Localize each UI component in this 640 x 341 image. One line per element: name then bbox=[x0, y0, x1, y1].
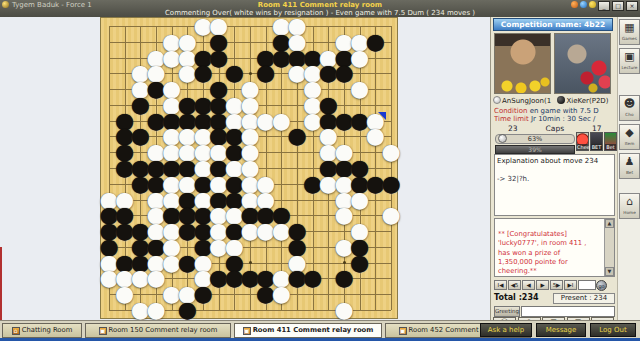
time-limit-value: Jr 10min : 30 Sec / bbox=[531, 115, 595, 123]
nav-button-5[interactable]: ▶I bbox=[564, 280, 577, 290]
nav-button-3[interactable]: ▶ bbox=[536, 280, 549, 290]
black-stone[interactable]: ● bbox=[381, 174, 401, 194]
move-explanation-box: Explanation about move 234 -> 32|?h. bbox=[494, 154, 615, 216]
chat-box[interactable]: ** [Congratulatates] 'lucky0777', in roo… bbox=[494, 218, 615, 277]
go-board[interactable]: ●●●●●●●●●●●●●●●●●●●●●●●●●●●●●●●●●●●●●●●●… bbox=[100, 17, 398, 319]
tray-icon-blue[interactable] bbox=[580, 1, 587, 8]
white-stone[interactable]: ● bbox=[146, 300, 166, 320]
competition-banner: Competition name: 4b22 bbox=[493, 18, 613, 31]
scroll-down-icon[interactable]: ▼ bbox=[605, 267, 614, 276]
nav-button-2[interactable]: ◀ bbox=[522, 280, 535, 290]
cho-icon: ☻ bbox=[620, 96, 639, 112]
lecture-icon: ▣ bbox=[620, 49, 639, 65]
star-point bbox=[249, 261, 252, 264]
total-row: Total :234 Present : 234 bbox=[494, 293, 615, 304]
item-icon: ◆ bbox=[620, 125, 639, 141]
white-stone-icon bbox=[493, 96, 501, 104]
white-stone[interactable]: ● bbox=[381, 142, 401, 162]
slider2-value: 39% bbox=[528, 146, 541, 153]
nav-button-0[interactable]: I◀ bbox=[494, 280, 507, 290]
grid-line-v bbox=[375, 26, 376, 310]
tab-label: Room 150 Comment relay room bbox=[109, 326, 218, 334]
chat-message: ** [Congratulatates] 'lucky0777', in roo… bbox=[498, 230, 586, 275]
condition-value: en game with 7.5 D bbox=[530, 107, 599, 115]
progress-bar: 39% bbox=[495, 145, 575, 154]
time-limit-label: Time limit bbox=[494, 115, 529, 123]
grid-line-v bbox=[391, 26, 392, 310]
move-number-input[interactable] bbox=[578, 280, 596, 290]
room-tab-2[interactable]: ▣Room 411 Comment relay room bbox=[234, 323, 382, 338]
win-rate-slider[interactable]: 63% bbox=[495, 134, 575, 144]
bet-button[interactable]: Bet bbox=[604, 132, 617, 151]
scroll-up-icon[interactable]: ▲ bbox=[605, 219, 614, 228]
go-button[interactable]: go bbox=[596, 280, 607, 291]
explanation-body: -> 32|?h. bbox=[497, 175, 612, 183]
board-grid[interactable]: ●●●●●●●●●●●●●●●●●●●●●●●●●●●●●●●●●●●●●●●●… bbox=[109, 26, 391, 310]
black-stone[interactable]: ● bbox=[177, 300, 197, 320]
tray-icon-yellow[interactable] bbox=[589, 1, 596, 8]
tab-icon: ▣ bbox=[243, 327, 251, 335]
bet-icon: ♟ bbox=[620, 154, 639, 170]
games-icon: ▦ bbox=[620, 20, 639, 36]
white-player-name: AnSungJoon(1 bbox=[502, 97, 551, 105]
white-stone[interactable]: ● bbox=[381, 205, 401, 225]
side-button-cho[interactable]: ☻Cho bbox=[619, 95, 640, 121]
white-stone[interactable]: ● bbox=[350, 79, 370, 99]
slider1-value: 63% bbox=[528, 135, 542, 143]
condition-label: Condition bbox=[494, 107, 527, 115]
side-button-games[interactable]: ▦Games bbox=[619, 19, 640, 45]
white-stone[interactable]: ● bbox=[271, 284, 291, 304]
chat-input[interactable] bbox=[521, 306, 615, 317]
slider-knob[interactable] bbox=[498, 134, 507, 143]
greeting-button[interactable]: Greeting bbox=[494, 306, 520, 317]
side-button-lecture[interactable]: ▣Lecture bbox=[619, 48, 640, 74]
tab-label: Chatting Room bbox=[22, 326, 73, 334]
tab-icon: ▣ bbox=[99, 327, 107, 335]
move-nav-bar: I◀◀5◀▶5▶▶Igo bbox=[494, 280, 607, 291]
bet-info-button[interactable]: BET bbox=[590, 132, 603, 151]
ask-a-help-button[interactable]: Ask a help bbox=[480, 323, 532, 337]
message-button[interactable]: Message bbox=[536, 323, 586, 337]
cheer-button[interactable]: Cheer bbox=[576, 132, 589, 151]
last-move-marker bbox=[378, 112, 386, 120]
star-point bbox=[343, 261, 346, 264]
game-status-line: Commenting Over( white wins by resignati… bbox=[0, 9, 640, 17]
black-stone-icon bbox=[557, 96, 565, 104]
explanation-title: Explanation about move 234 bbox=[497, 157, 612, 165]
captures-label: Caps bbox=[546, 124, 565, 133]
app-window: Tygem Baduk - Force 1 Room 411 Comment r… bbox=[0, 0, 640, 341]
present-label: Present : 234 bbox=[553, 293, 615, 304]
white-player-photo bbox=[494, 33, 551, 94]
white-stone[interactable]: ● bbox=[334, 300, 354, 320]
room-tab-1[interactable]: ▣Room 150 Comment relay room bbox=[85, 323, 231, 338]
log-out-button[interactable]: Log Out bbox=[590, 323, 636, 337]
room-tabs-bar: ⌂Chatting Room▣Room 150 Comment relay ro… bbox=[0, 320, 640, 338]
title-bar: Tygem Baduk - Force 1 Room 411 Comment r… bbox=[0, 0, 640, 17]
tab-icon: ▣ bbox=[399, 327, 407, 335]
black-stone[interactable]: ● bbox=[303, 268, 323, 288]
total-label: Total :234 bbox=[494, 293, 539, 302]
left-edge-marker bbox=[0, 247, 2, 320]
black-stone[interactable]: ● bbox=[287, 126, 307, 146]
star-point bbox=[249, 72, 252, 75]
grid-line-h bbox=[109, 294, 391, 295]
nav-button-4[interactable]: 5▶ bbox=[550, 280, 563, 290]
captures-left: 23 bbox=[508, 124, 518, 133]
main-area: ●●●●●●●●●●●●●●●●●●●●●●●●●●●●●●●●●●●●●●●●… bbox=[0, 17, 640, 320]
black-player-photo bbox=[554, 33, 611, 94]
tray-icon-orange[interactable] bbox=[571, 1, 578, 8]
tab-icon: ⌂ bbox=[12, 327, 20, 335]
side-panel: Competition name: 4b22 AnSungJoon(1 XieK… bbox=[490, 17, 640, 320]
side-button-bet[interactable]: ♟Bet bbox=[619, 153, 640, 179]
chat-scrollbar[interactable]: ▲ ▼ bbox=[604, 219, 614, 276]
tab-label: Room 411 Comment relay room bbox=[253, 326, 374, 334]
home-icon: ⌂ bbox=[620, 194, 639, 210]
black-player-name: XieKer(P2D) bbox=[566, 97, 608, 105]
room-title: Room 411 Comment relay room bbox=[0, 1, 640, 9]
side-button-home[interactable]: ⌂Home bbox=[619, 193, 640, 219]
side-icon-column: ▦Games▣Lecture☻Cho◆Item♟Bet⌂Home bbox=[617, 17, 640, 320]
black-stone[interactable]: ● bbox=[334, 268, 354, 288]
nav-button-1[interactable]: ◀5 bbox=[508, 280, 521, 290]
side-button-item[interactable]: ◆Item bbox=[619, 124, 640, 150]
room-tab-0[interactable]: ⌂Chatting Room bbox=[2, 323, 82, 338]
